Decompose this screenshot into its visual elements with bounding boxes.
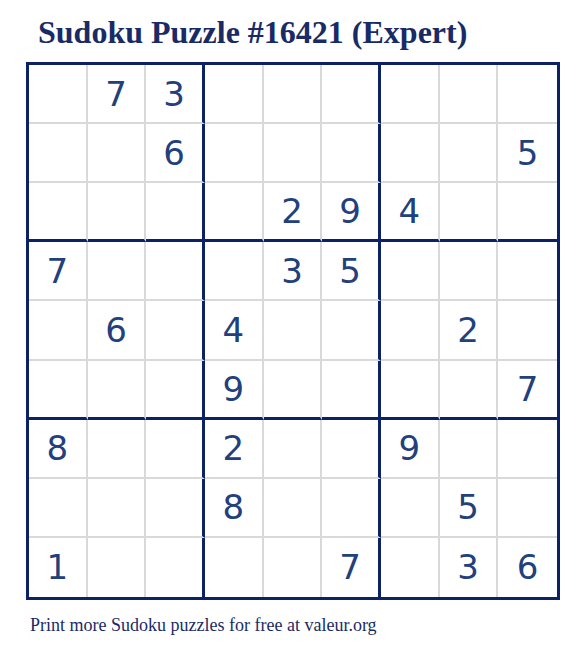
cell-r2c9[interactable]: 5 [498, 124, 557, 183]
cell-r6c3[interactable] [146, 361, 205, 420]
cell-r2c1[interactable] [29, 124, 88, 183]
cell-r1c8[interactable] [440, 65, 499, 124]
cell-r3c2[interactable] [88, 183, 147, 242]
cell-r6c1[interactable] [29, 361, 88, 420]
cell-r1c9[interactable] [498, 65, 557, 124]
cell-r7c1[interactable]: 8 [29, 420, 88, 479]
cell-r6c8[interactable] [440, 361, 499, 420]
cell-r8c5[interactable] [264, 479, 323, 538]
cell-r8c6[interactable] [322, 479, 381, 538]
cell-r9c7[interactable] [381, 538, 440, 597]
cell-r9c8[interactable]: 3 [440, 538, 499, 597]
cell-r1c5[interactable] [264, 65, 323, 124]
cell-r5c1[interactable] [29, 301, 88, 360]
cell-r3c5[interactable]: 2 [264, 183, 323, 242]
cell-r2c5[interactable] [264, 124, 323, 183]
cell-r6c7[interactable] [381, 361, 440, 420]
cell-r1c4[interactable] [205, 65, 264, 124]
cell-r7c9[interactable] [498, 420, 557, 479]
cell-r8c2[interactable] [88, 479, 147, 538]
page-title: Sudoku Puzzle #16421 (Expert) [38, 14, 467, 51]
cell-r5c6[interactable] [322, 301, 381, 360]
cell-r1c7[interactable] [381, 65, 440, 124]
cell-r1c2[interactable]: 7 [88, 65, 147, 124]
cell-r2c3[interactable]: 6 [146, 124, 205, 183]
cell-r1c6[interactable] [322, 65, 381, 124]
cell-r4c9[interactable] [498, 242, 557, 301]
cell-r9c4[interactable] [205, 538, 264, 597]
cell-r5c8[interactable]: 2 [440, 301, 499, 360]
cell-r3c8[interactable] [440, 183, 499, 242]
cell-r8c3[interactable] [146, 479, 205, 538]
cell-r6c2[interactable] [88, 361, 147, 420]
cell-r4c4[interactable] [205, 242, 264, 301]
cell-r8c4[interactable]: 8 [205, 479, 264, 538]
cell-r3c1[interactable] [29, 183, 88, 242]
cell-r7c6[interactable] [322, 420, 381, 479]
cell-r7c4[interactable]: 2 [205, 420, 264, 479]
cell-r3c4[interactable] [205, 183, 264, 242]
cell-r5c5[interactable] [264, 301, 323, 360]
cell-r7c5[interactable] [264, 420, 323, 479]
cell-r3c3[interactable] [146, 183, 205, 242]
cell-r7c8[interactable] [440, 420, 499, 479]
cell-r2c4[interactable] [205, 124, 264, 183]
cell-r6c5[interactable] [264, 361, 323, 420]
cell-r8c9[interactable] [498, 479, 557, 538]
cell-r2c8[interactable] [440, 124, 499, 183]
cell-r3c7[interactable]: 4 [381, 183, 440, 242]
cell-r4c7[interactable] [381, 242, 440, 301]
footer-note: Print more Sudoku puzzles for free at va… [30, 615, 377, 636]
cell-r8c1[interactable] [29, 479, 88, 538]
cell-r8c7[interactable] [381, 479, 440, 538]
cell-r9c5[interactable] [264, 538, 323, 597]
cell-r9c3[interactable] [146, 538, 205, 597]
cell-r6c9[interactable]: 7 [498, 361, 557, 420]
cell-r9c9[interactable]: 6 [498, 538, 557, 597]
cell-r5c4[interactable]: 4 [205, 301, 264, 360]
cell-r3c9[interactable] [498, 183, 557, 242]
cell-r4c3[interactable] [146, 242, 205, 301]
cell-r5c9[interactable] [498, 301, 557, 360]
cell-r9c2[interactable] [88, 538, 147, 597]
cell-r1c1[interactable] [29, 65, 88, 124]
cell-r4c8[interactable] [440, 242, 499, 301]
cell-r6c6[interactable] [322, 361, 381, 420]
cell-r4c1[interactable]: 7 [29, 242, 88, 301]
cell-r5c7[interactable] [381, 301, 440, 360]
cell-r2c7[interactable] [381, 124, 440, 183]
cell-r2c6[interactable] [322, 124, 381, 183]
cell-r4c2[interactable] [88, 242, 147, 301]
cell-r7c2[interactable] [88, 420, 147, 479]
cell-r9c1[interactable]: 1 [29, 538, 88, 597]
cell-r4c5[interactable]: 3 [264, 242, 323, 301]
cell-r2c2[interactable] [88, 124, 147, 183]
cell-r3c6[interactable]: 9 [322, 183, 381, 242]
cell-r5c2[interactable]: 6 [88, 301, 147, 360]
cell-r7c3[interactable] [146, 420, 205, 479]
sudoku-page: Sudoku Puzzle #16421 (Expert) 7365294735… [0, 0, 580, 651]
cell-r7c7[interactable]: 9 [381, 420, 440, 479]
cell-r8c8[interactable]: 5 [440, 479, 499, 538]
cell-r5c3[interactable] [146, 301, 205, 360]
cell-r6c4[interactable]: 9 [205, 361, 264, 420]
cell-r9c6[interactable]: 7 [322, 538, 381, 597]
cell-r1c3[interactable]: 3 [146, 65, 205, 124]
cell-r4c6[interactable]: 5 [322, 242, 381, 301]
sudoku-grid: 736529473564297829851736 [26, 62, 560, 600]
